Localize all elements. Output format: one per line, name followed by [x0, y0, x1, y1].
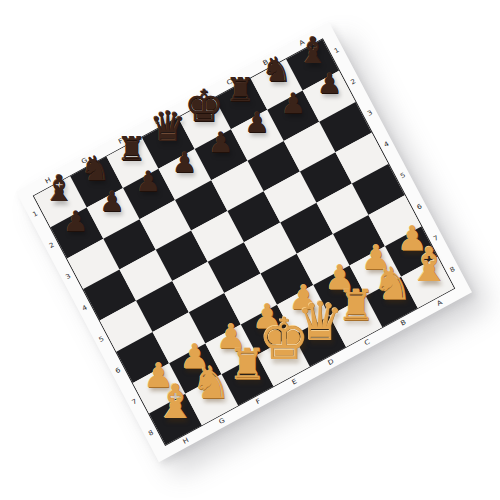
rank-label-left-7: 7: [131, 398, 138, 406]
rank-label-left-1: 1: [32, 210, 39, 218]
file-label-bottom-F: F: [255, 398, 262, 406]
piece-dark-rook-c1[interactable]: ♜: [226, 70, 256, 109]
piece-yellow-knight-b8[interactable]: ♞: [372, 258, 412, 311]
piece-dark-pawn-a2[interactable]: ♟: [317, 67, 342, 100]
rank-label-right-2: 2: [350, 78, 357, 86]
rank-label-right-5: 5: [399, 172, 406, 180]
piece-yellow-bishop-a8[interactable]: ♝: [408, 237, 450, 292]
piece-yellow-rook-f8[interactable]: ♜: [228, 339, 267, 389]
file-label-bottom-D: D: [327, 358, 335, 366]
rank-label-left-6: 6: [114, 367, 121, 375]
piece-dark-pawn-g2[interactable]: ♟: [99, 185, 124, 218]
file-label-bottom-E: E: [291, 378, 298, 386]
piece-dark-bishop-a1[interactable]: ♝: [297, 29, 329, 70]
rank-label-left-5: 5: [98, 336, 105, 344]
rank-label-left-4: 4: [81, 304, 88, 312]
piece-dark-king-d1[interactable]: ♚: [184, 80, 223, 131]
piece-dark-queen-e1[interactable]: ♛: [150, 102, 187, 150]
piece-dark-pawn-b2[interactable]: ♟: [281, 87, 306, 120]
rank-label-left-2: 2: [48, 242, 55, 250]
rank-label-left-8: 8: [148, 429, 155, 437]
piece-dark-bishop-h1[interactable]: ♝: [43, 167, 75, 208]
rank-label-right-6: 6: [416, 203, 423, 211]
piece-dark-pawn-f2[interactable]: ♟: [136, 166, 161, 199]
piece-yellow-bishop-h8[interactable]: ♝: [154, 374, 196, 429]
piece-dark-pawn-h2[interactable]: ♟: [63, 205, 88, 238]
file-label-bottom-G: G: [218, 417, 226, 425]
piece-dark-knight-b1[interactable]: ♞: [261, 50, 291, 90]
file-label-bottom-B: B: [400, 319, 408, 327]
file-label-bottom-A: A: [436, 299, 444, 307]
piece-yellow-knight-g8[interactable]: ♞: [191, 356, 231, 409]
rank-label-left-3: 3: [65, 273, 72, 281]
piece-dark-pawn-d2[interactable]: ♟: [208, 126, 233, 159]
file-label-bottom-H: H: [182, 437, 190, 445]
file-label-bottom-C: C: [363, 339, 371, 347]
rank-label-right-4: 4: [383, 141, 390, 149]
rank-label-right-1: 1: [333, 47, 340, 55]
piece-dark-pawn-c2[interactable]: ♟: [244, 107, 269, 140]
rank-label-right-8: 8: [449, 266, 456, 274]
piece-dark-knight-g1[interactable]: ♞: [80, 148, 110, 188]
piece-dark-pawn-e2[interactable]: ♟: [172, 146, 197, 179]
rank-label-right-3: 3: [366, 109, 373, 117]
product-photo-scene: 11HH22GG33FF44EE55DD66CC77BB88AA ♝♞♜♛♚♜♞…: [0, 0, 500, 500]
piece-dark-rook-f1[interactable]: ♜: [117, 129, 147, 168]
